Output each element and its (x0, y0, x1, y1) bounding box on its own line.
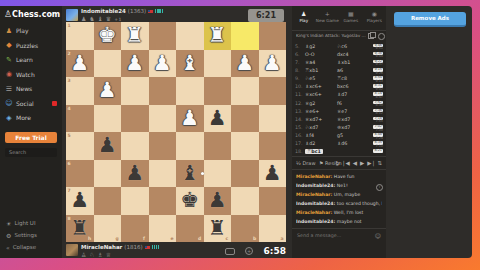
move-row-8: 8.♖xb1a69:159:26 (292, 66, 386, 74)
white-move[interactable]: ♘xd7 (305, 125, 318, 130)
play-icon: ♟ (292, 10, 316, 17)
avatar[interactable] (66, 244, 78, 256)
tab-players[interactable]: ◉Players (363, 8, 387, 30)
square-b5[interactable] (231, 132, 259, 160)
white-move[interactable]: ♗xc6+ (305, 84, 322, 89)
chat-bubble-icon[interactable] (225, 248, 235, 255)
sidebar: ♙Chess.com ♟Play◆Puzzles✎Learn◉Watch☰New… (0, 6, 62, 258)
black-king-d7[interactable]: ♚ (176, 187, 204, 215)
chat-username[interactable]: Indomitable24: (296, 183, 335, 188)
black-move[interactable]: bxc6 (337, 84, 349, 89)
social-icon: ☺ (5, 99, 13, 107)
sidebar-item-play[interactable]: ♟Play (5, 24, 59, 37)
chat-message: Indomitable24: Ne1! (296, 181, 382, 190)
file-label-g: g (116, 236, 119, 241)
square-e3[interactable] (149, 77, 177, 105)
chat-username[interactable]: Indomitable24: (296, 201, 335, 206)
move-times: 6:21 (373, 148, 383, 153)
bottom-player-bar: MiracleNahar (1816) ♙ ♘ ♗ ♕ (66, 244, 286, 258)
square-e1[interactable] (149, 22, 177, 50)
black-move[interactable]: ♔xd7 (337, 125, 350, 130)
move-row-15: 15.♘xd7♔xd77:027:39 (292, 124, 386, 132)
move-row-18: 18.♖bc16:21 (292, 148, 386, 156)
captured-pieces-bottom: ♙ ♘ ♗ ♕ (81, 251, 112, 258)
clock-bottom: 6:58 (256, 245, 286, 257)
notification-badge (52, 101, 57, 106)
chat-message: MiracleNahar: Um, maybe (296, 190, 382, 199)
last-move-icon[interactable]: ▶| (367, 160, 375, 166)
prev-move-icon[interactable]: ◀ (353, 160, 358, 166)
square-e5[interactable] (149, 132, 177, 160)
sidebar-item-learn[interactable]: ✎Learn (5, 53, 59, 66)
white-pawn-g3[interactable]: ♟ (94, 77, 122, 105)
rating-bars-icon (152, 244, 161, 250)
square-e4[interactable] (149, 105, 177, 133)
square-d1[interactable] (176, 22, 204, 50)
move-row-17: 17.♗d2♗d66:357:10 (292, 140, 386, 148)
file-label-a: a (281, 236, 284, 241)
watch-icon: ◉ (5, 70, 13, 78)
white-pawn-a2[interactable]: ♟ (259, 50, 287, 78)
white-move[interactable]: O-O (305, 52, 315, 57)
black-pawn-h7[interactable]: ♟ (66, 187, 94, 215)
captured-pieces-top: ♟ ♞ ♝ ♛ +1 (81, 15, 122, 22)
app-window: ♙Chess.com ♟Play◆Puzzles✎Learn◉Watch☰New… (0, 6, 472, 258)
move-row-16: 16.♗f4g56:487:24 (292, 132, 386, 140)
message-placeholder: Send a message... (297, 233, 341, 238)
chat-message: Indomitable24: maybe not (296, 217, 382, 226)
square-f5[interactable] (121, 132, 149, 160)
chesscom-logo[interactable]: ♙Chess.com (4, 9, 60, 19)
rewind-icon[interactable]: ↻ (335, 160, 341, 166)
sidebar-item-news[interactable]: ☰News (5, 82, 59, 95)
square-b3[interactable] (231, 77, 259, 105)
player-name-bottom[interactable]: MiracleNahar (1816) (81, 244, 160, 250)
add-time-icon[interactable]: + (245, 247, 253, 255)
player-name-top[interactable]: Indomitable24 (1363) (81, 8, 164, 14)
chat-username[interactable]: MiracleNahar: (296, 192, 332, 197)
move-row-11: 11.♕xc6+♗d78:148:47 (292, 91, 386, 99)
white-move[interactable]: ♗f4 (305, 133, 314, 138)
us-flag-icon (145, 246, 150, 250)
game-controls: ½ Draw ⚑ Resign ↻|◀◀▶▶|⇅ (292, 156, 386, 170)
black-move[interactable]: ♗xb1 (337, 60, 350, 65)
remove-ads-button[interactable]: Remove Ads (394, 12, 466, 27)
move-row-6: 6.O-Odxc49:389:44 (292, 50, 386, 58)
square-c6[interactable] (204, 160, 232, 188)
white-move[interactable]: ♖xb1 (305, 68, 318, 73)
tab-new-game[interactable]: +New Game (316, 8, 340, 30)
opening-name[interactable]: King's Indian Attack: Yugoslav Variation (296, 33, 366, 38)
white-move[interactable]: ♕xc6+ (305, 92, 322, 97)
next-move-icon[interactable]: ▶ (360, 160, 365, 166)
square-c3[interactable] (204, 77, 232, 105)
move-nav-buttons: ↻|◀◀▶▶|⇅ (333, 160, 383, 166)
black-move[interactable]: ♘c6 (337, 44, 347, 49)
tab-play[interactable]: ♟Play (292, 8, 316, 30)
game-panel: ♟Play+New Game▦Games◉Players King's Indi… (292, 6, 386, 258)
chat-area: MiracleNahar: Have funIndomitable24: Ne1… (296, 172, 382, 226)
black-move[interactable]: dxc4 (337, 52, 349, 57)
sidebar-footer-collapse[interactable]: «Collapse (6, 242, 36, 252)
square-e6[interactable] (149, 160, 177, 188)
square-a7[interactable] (259, 187, 287, 215)
file-label-f: f (143, 236, 145, 241)
draw-button[interactable]: ½ Draw (296, 160, 316, 166)
white-bishop-d2[interactable]: ♝ (176, 50, 204, 78)
half-point-icon: ½ (296, 160, 301, 166)
clock-top: 6:21 (248, 9, 284, 22)
white-king-g1[interactable]: ♚ (94, 22, 122, 50)
puzzles-icon: ◆ (5, 41, 13, 49)
white-move[interactable]: ♗g2 (305, 44, 315, 49)
rank-label-4: 4 (68, 106, 71, 111)
learn-icon: ✎ (5, 56, 13, 64)
sidebar-footer-light-ui[interactable]: ☀Light UI (6, 218, 36, 228)
emoji-icon[interactable]: ☺ (375, 232, 381, 239)
white-move[interactable]: ♗d2 (305, 141, 315, 146)
file-label-e: e (171, 236, 174, 241)
chat-message: MiracleNahar: Well, I'm lost (296, 208, 382, 217)
square-c2[interactable] (204, 50, 232, 78)
black-pawn-c4[interactable]: ♟ (204, 105, 232, 133)
white-move[interactable]: ♕e6+ (305, 109, 319, 114)
us-flag-icon (148, 10, 153, 14)
sidebar-item-puzzles[interactable]: ◆Puzzles (5, 39, 59, 52)
chat-message: MiracleNahar: Have fun (296, 172, 382, 181)
black-move[interactable]: g5 (337, 133, 343, 138)
move-row-12: 12.♕g2f67:528:30 (292, 99, 386, 107)
white-pawn-e2[interactable]: ♟ (149, 50, 177, 78)
black-bishop-d6[interactable]: ♝ (176, 160, 204, 188)
copy-icon[interactable] (368, 33, 374, 39)
white-pawn-f2[interactable]: ♟ (121, 50, 149, 78)
black-move[interactable]: ♗d7 (337, 92, 347, 97)
white-move[interactable]: ♕xd7+ (305, 117, 322, 122)
flip-board-icon[interactable]: ⇅ (377, 160, 383, 166)
black-move[interactable]: ♕xd7 (337, 117, 350, 122)
avatar[interactable] (66, 9, 78, 21)
file-label-b: b (253, 236, 256, 241)
move-row-14: 14.♕xd7+♕xd77:187:55 (292, 115, 386, 123)
move-row-7: 7.♕a4♗xb19:229:37 (292, 58, 386, 66)
search-input[interactable]: Search (5, 148, 57, 157)
square-a3[interactable] (259, 77, 287, 105)
white-move[interactable]: ♕g2 (305, 101, 315, 106)
pawn-logo-icon: ♙ (4, 9, 12, 19)
square-e7[interactable] (149, 187, 177, 215)
black-move[interactable]: ♗d6 (337, 141, 347, 146)
black-rook-c8[interactable]: ♜ (204, 215, 232, 243)
games-icon: ▦ (339, 10, 363, 17)
black-pawn-c7[interactable]: ♟ (204, 187, 232, 215)
resign-flag-icon: ⚑ (319, 160, 323, 166)
black-pawn-f6[interactable]: ♟ (121, 160, 149, 188)
info-icon[interactable]: i (376, 184, 383, 191)
more-icon: ◈ (5, 114, 13, 122)
square-b1[interactable] (231, 22, 259, 50)
white-pawn-d4[interactable]: ♟ (176, 105, 204, 133)
move-row-5: 5.♗g2♘c69:469:51 (292, 42, 386, 50)
white-move[interactable]: ♘e5 (305, 76, 315, 81)
square-d3[interactable] (176, 77, 204, 105)
players-icon: ◉ (363, 10, 387, 17)
rank-label-1: 1 (68, 23, 71, 28)
white-move[interactable]: ♖bc1 (305, 149, 323, 154)
square-g6[interactable] (94, 160, 122, 188)
message-input[interactable]: Send a message... ☺ (292, 228, 386, 243)
rank-label-5: 5 (68, 133, 71, 138)
square-b4[interactable] (231, 105, 259, 133)
white-pawn-h2[interactable]: ♟ (66, 50, 94, 78)
chat-username[interactable]: Indomitable24: (296, 219, 335, 224)
square-g4[interactable] (94, 105, 122, 133)
chat-username[interactable]: MiracleNahar: (296, 174, 332, 179)
free-trial-button[interactable]: Free Trial (5, 132, 57, 143)
rank-label-3: 3 (68, 78, 71, 83)
chat-username[interactable]: MiracleNahar: (296, 210, 332, 215)
square-f3[interactable] (121, 77, 149, 105)
black-pawn-g5[interactable]: ♟ (94, 132, 122, 160)
cursor-dot (201, 172, 204, 175)
chat-message: Indomitable24: too scared though, lol, l… (296, 199, 382, 208)
rank-label-6: 6 (68, 161, 71, 166)
sidebar-item-social[interactable]: ☺Social (5, 97, 59, 110)
white-move[interactable]: ♕a4 (305, 60, 315, 65)
square-d5[interactable] (176, 132, 204, 160)
black-move[interactable]: ♕e7 (337, 109, 347, 114)
chess-board[interactable]: 12345678hgfedcba♚♜♜♟♟♝♟♟♟♟♟♟♟♟♝♟♟♚♟♜♜ (66, 22, 286, 242)
square-a1[interactable] (259, 22, 287, 50)
square-g7[interactable] (94, 187, 122, 215)
sidebar-item-watch[interactable]: ◉Watch (5, 68, 59, 81)
move-row-9: 9.♘e5♖c88:549:13 (292, 75, 386, 83)
player-rating: (1816) (124, 244, 142, 250)
white-pawn-b2[interactable]: ♟ (231, 50, 259, 78)
white-rook-c1[interactable]: ♜ (204, 22, 232, 50)
white-rook-f1[interactable]: ♜ (121, 22, 149, 50)
square-a5[interactable] (259, 132, 287, 160)
rating-bars-icon (155, 8, 164, 14)
material-advantage: +1 (114, 17, 122, 22)
move-row-13: 13.♕e6+♕e77:368:12 (292, 107, 386, 115)
file-label-d: d (198, 236, 201, 241)
square-b6[interactable] (231, 160, 259, 188)
new-game-icon: + (316, 10, 340, 17)
sidebar-footer-settings[interactable]: ⚙Settings (6, 230, 37, 240)
first-move-icon[interactable]: |◀ (343, 160, 351, 166)
black-move[interactable]: a6 (337, 68, 343, 73)
square-g2[interactable] (94, 50, 122, 78)
black-pawn-a6[interactable]: ♟ (259, 160, 287, 188)
move-row-10: 10.♗xc6+bxc68:319:02 (292, 83, 386, 91)
black-move[interactable]: ♖c8 (337, 76, 347, 81)
black-rook-h8[interactable]: ♜ (66, 215, 94, 243)
square-a4[interactable] (259, 105, 287, 133)
panel-tabs: ♟Play+New Game▦Games◉Players (292, 8, 386, 31)
square-c5[interactable] (204, 132, 232, 160)
clock-icon[interactable] (378, 33, 385, 40)
square-f7[interactable] (121, 187, 149, 215)
square-b7[interactable] (231, 187, 259, 215)
black-move[interactable]: f6 (337, 101, 342, 106)
player-rating: (1363) (128, 8, 146, 14)
news-icon: ☰ (5, 85, 13, 93)
sidebar-item-more[interactable]: ◈More (5, 111, 59, 124)
square-f4[interactable] (121, 105, 149, 133)
play-icon: ♟ (5, 27, 13, 35)
tab-games[interactable]: ▦Games (339, 8, 363, 30)
